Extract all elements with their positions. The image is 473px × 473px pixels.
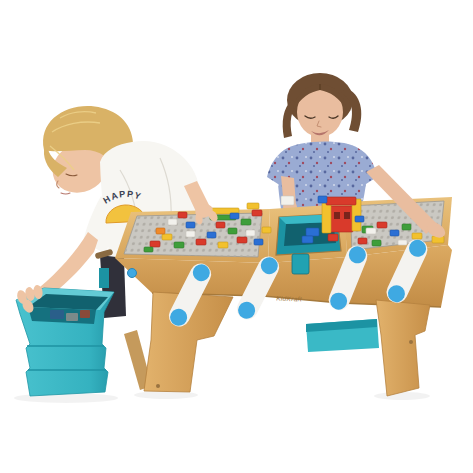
play-table: KidKraft bbox=[95, 197, 452, 396]
structure-window bbox=[344, 212, 350, 219]
storage-bin-under-table bbox=[306, 319, 379, 352]
held-white-brick bbox=[281, 196, 294, 205]
structure-window bbox=[334, 212, 340, 219]
scene: HAPPY bbox=[0, 0, 473, 473]
product-photo: HAPPY bbox=[0, 0, 473, 473]
storage-bin-held bbox=[16, 284, 114, 396]
brand-logo-text: KidKraft bbox=[276, 295, 303, 303]
storage-bin-left-sliver bbox=[99, 268, 109, 288]
latch-knob bbox=[128, 269, 137, 278]
boy-mouth bbox=[61, 193, 70, 194]
leg-screw-left bbox=[156, 384, 160, 388]
leg-screw-right bbox=[409, 340, 413, 344]
table-leg-right bbox=[376, 300, 430, 396]
compartment-front-tab bbox=[292, 254, 309, 274]
